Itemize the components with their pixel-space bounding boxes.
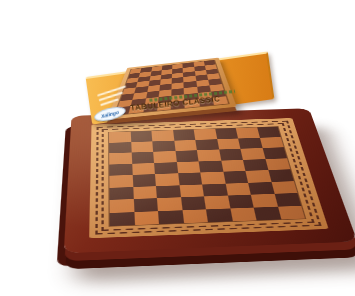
board-scene xyxy=(50,104,330,294)
board-square xyxy=(110,212,135,226)
board-square xyxy=(174,140,197,151)
board-square xyxy=(248,182,274,195)
chessboard xyxy=(64,108,355,253)
board-square xyxy=(157,197,182,211)
board-square xyxy=(151,130,173,141)
board-square xyxy=(178,172,202,185)
board-square xyxy=(199,160,223,172)
board-square xyxy=(251,194,278,207)
board-square xyxy=(179,184,204,197)
board-square xyxy=(180,196,205,210)
board-square xyxy=(109,175,132,188)
board-square xyxy=(134,211,159,225)
board-square xyxy=(245,170,271,182)
board-square xyxy=(109,152,132,164)
board-square xyxy=(238,138,262,149)
board-square xyxy=(197,149,221,161)
board-square xyxy=(265,158,290,170)
board-square xyxy=(110,199,134,213)
board-square xyxy=(154,162,178,174)
board-square xyxy=(221,160,246,172)
board-square xyxy=(133,198,158,212)
board-square xyxy=(155,173,179,186)
brand-logo-text: Xalingo xyxy=(101,109,120,118)
board-square xyxy=(274,193,301,206)
board-square xyxy=(131,152,154,164)
board-square xyxy=(156,185,181,198)
board-square xyxy=(240,148,265,160)
product-photo-stage: TABULEIRO CLASSIC Xalingo xyxy=(0,0,355,296)
board-square xyxy=(152,140,175,151)
board-square xyxy=(153,151,176,163)
board-square xyxy=(262,147,287,159)
board-square xyxy=(225,183,251,196)
board-square xyxy=(223,171,248,184)
board-square xyxy=(195,139,218,150)
main-board-grid xyxy=(109,127,305,226)
board-square xyxy=(132,163,155,175)
board-square xyxy=(109,132,131,143)
board-square xyxy=(219,149,243,161)
board-square xyxy=(132,174,156,187)
board-square xyxy=(204,196,230,210)
board-square xyxy=(217,138,241,149)
board-square xyxy=(109,142,131,153)
board-square xyxy=(230,207,257,221)
board-square xyxy=(243,159,268,171)
board-square xyxy=(109,187,133,200)
board-square xyxy=(277,205,305,219)
board-square xyxy=(271,181,297,194)
board-square xyxy=(254,206,281,220)
board-square xyxy=(206,208,232,222)
board-square xyxy=(182,209,208,223)
board-square xyxy=(200,172,225,185)
board-square xyxy=(109,163,132,175)
board-square xyxy=(158,210,184,224)
board-square xyxy=(259,137,283,148)
board-square xyxy=(175,150,199,162)
board-square xyxy=(227,195,253,208)
board-square xyxy=(268,169,294,181)
board-square xyxy=(202,183,227,196)
board-square xyxy=(131,141,153,152)
board-inlay-field xyxy=(89,118,328,238)
board-square xyxy=(176,161,200,173)
board-square xyxy=(133,186,157,199)
